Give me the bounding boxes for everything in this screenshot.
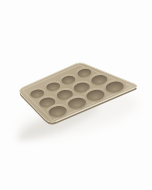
product-image (0, 0, 152, 190)
muffin-pan-illustration (0, 0, 152, 190)
